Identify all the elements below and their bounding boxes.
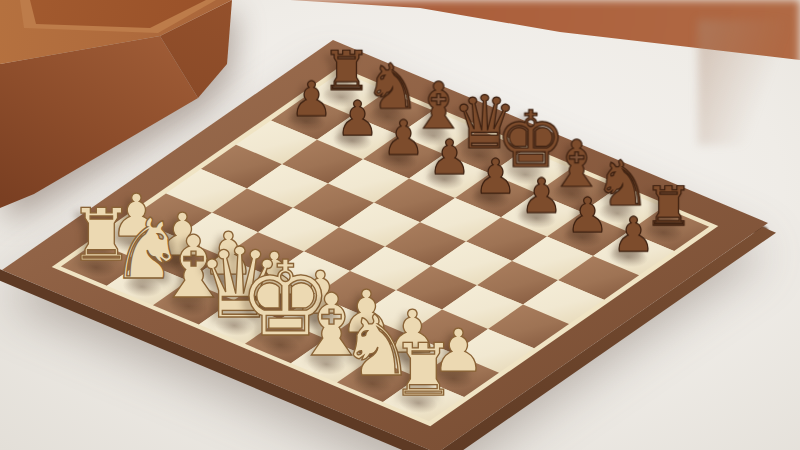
- black-pawn-glyph: ♟: [612, 210, 655, 258]
- black-pawn-glyph: ♟: [520, 171, 563, 219]
- white-rook-glyph: ♜: [391, 334, 456, 406]
- black-pawn-glyph: ♟: [474, 152, 517, 200]
- black-pawn-glyph: ♟: [382, 113, 425, 161]
- tablecloth-fold: [698, 20, 800, 145]
- black-pawn-glyph: ♟: [336, 94, 379, 142]
- black-pawn-glyph: ♟: [290, 75, 333, 123]
- black-pawn-glyph: ♟: [428, 133, 471, 181]
- square-h1: ♜: [383, 378, 464, 422]
- chess-set-photo: ♜♞♝♛♚♝♞♜♟♟♟♟♟♟♟♟♟♟♟♟♟♟♟♟♜♞♝♛♚♝♞♜: [0, 0, 800, 450]
- black-pawn-glyph: ♟: [566, 191, 609, 239]
